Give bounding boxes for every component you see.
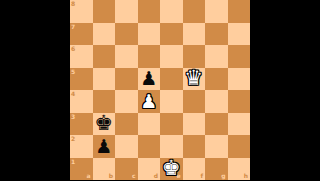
square-d3[interactable]	[138, 113, 161, 136]
square-a7[interactable]: 7	[70, 23, 93, 46]
rank-label-7: 7	[71, 24, 75, 30]
rank-label-3: 3	[71, 114, 75, 120]
square-d2[interactable]	[138, 135, 161, 158]
rank-label-4: 4	[71, 91, 75, 97]
square-a2[interactable]: 2	[70, 135, 93, 158]
square-e2[interactable]	[160, 135, 183, 158]
square-g1[interactable]: g	[205, 158, 228, 181]
square-f7[interactable]	[183, 23, 206, 46]
square-b6[interactable]	[93, 45, 116, 68]
square-g2[interactable]	[205, 135, 228, 158]
rank-label-6: 6	[71, 46, 75, 52]
black-pawn-d5[interactable]: ♟	[138, 68, 161, 91]
square-f1[interactable]: f	[183, 158, 206, 181]
square-g5[interactable]	[205, 68, 228, 91]
square-c2[interactable]	[115, 135, 138, 158]
square-c1[interactable]: c	[115, 158, 138, 181]
file-label-c: c	[132, 173, 136, 179]
square-a6[interactable]: 6	[70, 45, 93, 68]
right-letterbox	[250, 0, 320, 180]
square-f5[interactable]: ♛	[183, 68, 206, 91]
rank-label-8: 8	[71, 1, 75, 7]
square-a5[interactable]: 5	[70, 68, 93, 91]
square-f8[interactable]	[183, 0, 206, 23]
square-h4[interactable]	[228, 90, 251, 113]
square-b4[interactable]	[93, 90, 116, 113]
square-g8[interactable]	[205, 0, 228, 23]
square-g6[interactable]	[205, 45, 228, 68]
square-h5[interactable]	[228, 68, 251, 91]
square-e4[interactable]	[160, 90, 183, 113]
chess-board: 8765♟♛4♟3♚2♟1abcde♚fgh	[70, 0, 250, 180]
square-d5[interactable]: ♟	[138, 68, 161, 91]
rank-label-2: 2	[71, 136, 75, 142]
white-queen-f5[interactable]: ♛	[183, 68, 206, 91]
square-c3[interactable]	[115, 113, 138, 136]
square-e7[interactable]	[160, 23, 183, 46]
square-c5[interactable]	[115, 68, 138, 91]
square-b2[interactable]: ♟	[93, 135, 116, 158]
square-b1[interactable]: b	[93, 158, 116, 181]
file-label-d: d	[154, 173, 158, 179]
square-c6[interactable]	[115, 45, 138, 68]
square-a8[interactable]: 8	[70, 0, 93, 23]
square-h8[interactable]	[228, 0, 251, 23]
square-c8[interactable]	[115, 0, 138, 23]
square-g7[interactable]	[205, 23, 228, 46]
square-b8[interactable]	[93, 0, 116, 23]
square-e6[interactable]	[160, 45, 183, 68]
square-a4[interactable]: 4	[70, 90, 93, 113]
black-pawn-b2[interactable]: ♟	[93, 135, 116, 158]
square-h6[interactable]	[228, 45, 251, 68]
square-h7[interactable]	[228, 23, 251, 46]
square-e8[interactable]	[160, 0, 183, 23]
square-c7[interactable]	[115, 23, 138, 46]
square-d7[interactable]	[138, 23, 161, 46]
file-label-g: g	[221, 173, 225, 179]
file-label-b: b	[109, 173, 113, 179]
square-b5[interactable]	[93, 68, 116, 91]
square-e3[interactable]	[160, 113, 183, 136]
square-d1[interactable]: d	[138, 158, 161, 181]
square-h1[interactable]: h	[228, 158, 251, 181]
file-label-a: a	[86, 173, 90, 179]
rank-label-1: 1	[71, 159, 75, 165]
square-a3[interactable]: 3	[70, 113, 93, 136]
square-h3[interactable]	[228, 113, 251, 136]
white-pawn-d4[interactable]: ♟	[138, 90, 161, 113]
square-e5[interactable]	[160, 68, 183, 91]
square-f6[interactable]	[183, 45, 206, 68]
square-d6[interactable]	[138, 45, 161, 68]
file-label-f: f	[200, 173, 203, 179]
square-b3[interactable]: ♚	[93, 113, 116, 136]
square-a1[interactable]: 1a	[70, 158, 93, 181]
file-label-h: h	[244, 173, 248, 179]
square-c4[interactable]	[115, 90, 138, 113]
square-h2[interactable]	[228, 135, 251, 158]
left-letterbox	[0, 0, 70, 180]
square-f3[interactable]	[183, 113, 206, 136]
square-d4[interactable]: ♟	[138, 90, 161, 113]
square-e1[interactable]: e♚	[160, 158, 183, 181]
square-g4[interactable]	[205, 90, 228, 113]
square-f4[interactable]	[183, 90, 206, 113]
square-f2[interactable]	[183, 135, 206, 158]
square-b7[interactable]	[93, 23, 116, 46]
black-king-b3[interactable]: ♚	[93, 113, 116, 136]
rank-label-5: 5	[71, 69, 75, 75]
square-g3[interactable]	[205, 113, 228, 136]
square-d8[interactable]	[138, 0, 161, 23]
white-king-e1[interactable]: ♚	[160, 158, 183, 181]
